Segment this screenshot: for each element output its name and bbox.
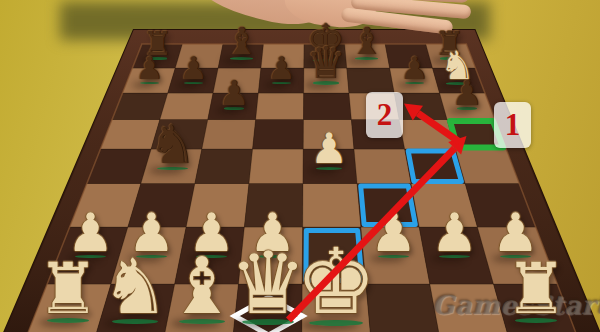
piece-black-knight-b4[interactable]: ♞ <box>146 118 199 171</box>
square-c5[interactable] <box>202 120 256 150</box>
step-label-1: 1 <box>494 102 531 148</box>
white-pawn-glyph: ♟ <box>308 128 350 170</box>
square-e3[interactable] <box>303 184 361 228</box>
white-rook-glyph: ♜ <box>33 254 103 324</box>
square-d6[interactable] <box>256 93 304 120</box>
piece-white-rook-h1[interactable]: ♜ <box>501 254 571 324</box>
square-c4[interactable] <box>195 149 253 184</box>
black-pawn-glyph: ♟ <box>450 76 484 110</box>
square-e6[interactable] <box>304 93 352 120</box>
white-rook-glyph: ♜ <box>501 254 571 324</box>
piece-black-pawn-g7[interactable]: ♟ <box>399 53 430 84</box>
piece-white-knight-b1[interactable]: ♞ <box>97 249 173 325</box>
black-pawn-glyph: ♟ <box>399 53 430 84</box>
square-d5[interactable] <box>253 120 304 150</box>
white-knight-glyph: ♞ <box>97 249 173 325</box>
black-knight-glyph: ♞ <box>146 118 199 171</box>
piece-black-bishop-c8[interactable]: ♝ <box>223 23 260 60</box>
piece-white-pawn-g2[interactable]: ♟ <box>428 206 481 259</box>
square-f7[interactable] <box>347 68 395 93</box>
square-g5[interactable] <box>399 120 455 150</box>
white-king-glyph: ♚ <box>291 237 381 327</box>
black-pawn-glyph: ♟ <box>266 53 297 84</box>
square-f4[interactable] <box>354 149 411 184</box>
black-pawn-glyph: ♟ <box>217 76 251 110</box>
black-pawn-glyph: ♟ <box>134 53 165 84</box>
piece-black-pawn-b7[interactable]: ♟ <box>178 53 209 84</box>
white-pawn-glyph: ♟ <box>428 206 481 259</box>
chess-game-screenshot: GamesStart.ru ♜♞♝♛♚♜♟♟♟♟♟♟♟♟♞♜♝♚♝♜♟♟♟♛♟♟… <box>0 0 600 332</box>
piece-white-rook-a1[interactable]: ♜ <box>33 254 103 324</box>
square-d4[interactable] <box>249 149 303 184</box>
piece-black-pawn-a7[interactable]: ♟ <box>134 53 165 84</box>
piece-black-pawn-h6[interactable]: ♟ <box>450 76 484 110</box>
black-pawn-glyph: ♟ <box>178 53 209 84</box>
black-bishop-glyph: ♝ <box>348 23 385 60</box>
piece-black-queen-e7[interactable]: ♛ <box>304 41 348 85</box>
piece-black-pawn-c6[interactable]: ♟ <box>217 76 251 110</box>
piece-black-pawn-d7[interactable]: ♟ <box>266 53 297 84</box>
black-bishop-glyph: ♝ <box>223 23 260 60</box>
piece-white-pawn-e4[interactable]: ♟ <box>308 128 350 170</box>
black-queen-glyph: ♛ <box>304 41 348 85</box>
piece-black-bishop-f8[interactable]: ♝ <box>348 23 385 60</box>
step-label-2: 2 <box>366 92 403 138</box>
piece-white-king-e1[interactable]: ♚ <box>291 237 381 327</box>
